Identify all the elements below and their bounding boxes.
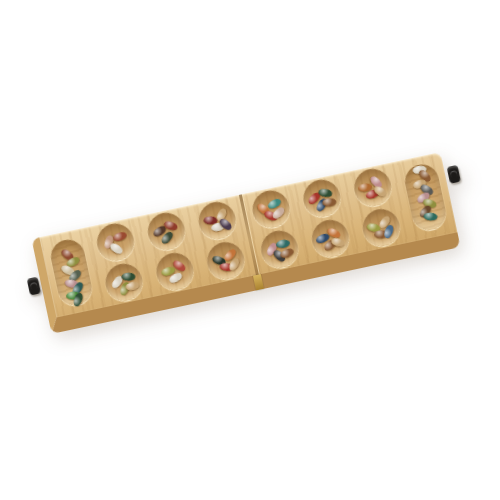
stone [121,272,135,280]
store-left[interactable] [48,237,95,309]
pit-bottom-3[interactable] [204,239,248,283]
pit-top-5[interactable] [300,176,344,220]
stone [112,230,128,242]
latch-left-icon [27,277,41,296]
pit-bottom-4[interactable] [257,227,301,271]
brass-hinge [253,274,264,290]
stone [279,246,295,259]
store-right[interactable] [402,161,449,233]
board-body [31,152,460,334]
latch-right-icon [447,165,461,184]
panel-right [241,162,410,275]
stone [322,197,337,206]
pit-top-4[interactable] [249,187,293,231]
pit-bottom-6[interactable] [359,206,403,250]
board-surface [39,152,457,317]
pit-bottom-2[interactable] [153,249,197,293]
pit-top-2[interactable] [145,209,189,253]
pit-top-3[interactable] [195,199,239,243]
product-photo [0,0,500,500]
pit-bottom-5[interactable] [308,216,352,260]
stone [423,212,438,221]
panel-left [86,195,255,308]
stone [108,241,124,255]
mancala-board [31,152,460,334]
stone [276,238,291,248]
pit-top-1[interactable] [94,220,138,264]
pit-bottom-1[interactable] [102,260,146,304]
pit-top-6[interactable] [350,166,394,210]
